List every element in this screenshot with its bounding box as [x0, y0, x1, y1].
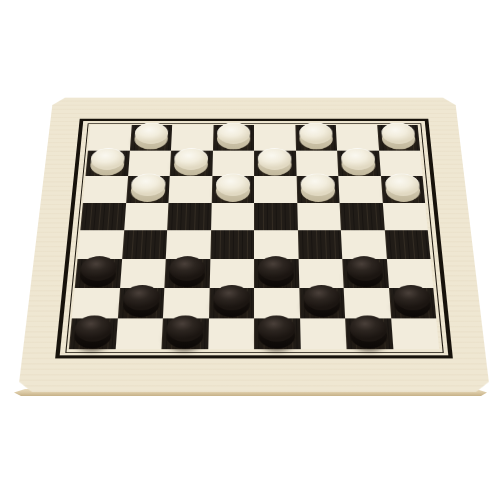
white-checker[interactable] — [341, 152, 376, 174]
square-r2c6 — [296, 150, 339, 176]
white-checker[interactable] — [299, 127, 333, 148]
white-checker[interactable] — [174, 152, 208, 174]
black-checker[interactable] — [347, 261, 384, 286]
square-r8c1[interactable] — [69, 318, 118, 349]
square-r5c5 — [254, 230, 298, 258]
black-checker[interactable] — [213, 290, 250, 315]
white-checker[interactable] — [134, 127, 168, 148]
square-r2c3[interactable] — [170, 150, 213, 176]
square-r6c5[interactable] — [254, 259, 299, 288]
black-checker[interactable] — [258, 320, 295, 346]
white-checker[interactable] — [215, 178, 249, 200]
square-r1c2[interactable] — [129, 125, 172, 150]
white-checker[interactable] — [130, 178, 166, 200]
square-r7c2[interactable] — [117, 288, 164, 318]
checkers-board — [18, 98, 490, 393]
square-r8c8 — [391, 318, 440, 349]
black-checker[interactable] — [166, 320, 204, 346]
square-r8c3[interactable] — [161, 318, 208, 349]
square-r3c2[interactable] — [126, 176, 170, 203]
square-r6c1[interactable] — [75, 259, 122, 288]
black-checker[interactable] — [350, 320, 389, 346]
square-r7c4[interactable] — [208, 288, 254, 318]
square-r4c7[interactable] — [340, 203, 385, 230]
square-r2c2 — [128, 150, 171, 176]
checkers-product-photo — [0, 0, 500, 500]
black-checker[interactable] — [303, 290, 340, 315]
square-r5c2[interactable] — [122, 230, 167, 258]
square-r2c5[interactable] — [254, 150, 296, 176]
square-r8c7[interactable] — [345, 318, 393, 349]
black-checker[interactable] — [169, 261, 206, 286]
white-checker[interactable] — [385, 178, 421, 200]
white-checker[interactable] — [258, 152, 292, 174]
square-r7c6[interactable] — [299, 288, 345, 318]
square-r8c4 — [208, 318, 254, 349]
square-r4c8 — [382, 203, 427, 230]
black-checker[interactable] — [122, 290, 160, 315]
square-r3c3 — [168, 176, 211, 203]
square-r7c5 — [254, 288, 300, 318]
square-r8c5[interactable] — [254, 318, 300, 349]
square-r5c4[interactable] — [210, 230, 254, 258]
square-r3c1 — [83, 176, 128, 203]
square-r6c3[interactable] — [164, 259, 210, 288]
square-r1c5 — [254, 125, 296, 150]
square-r3c6[interactable] — [296, 176, 339, 203]
square-r6c2 — [120, 259, 166, 288]
square-r5c6[interactable] — [297, 230, 342, 258]
square-r5c7 — [341, 230, 386, 258]
square-r7c8[interactable] — [388, 288, 436, 318]
square-r1c7 — [336, 125, 379, 150]
square-r6c7[interactable] — [342, 259, 388, 288]
square-r5c8[interactable] — [384, 230, 430, 258]
black-checker[interactable] — [258, 261, 294, 286]
white-checker[interactable] — [300, 178, 335, 200]
square-r8c6 — [300, 318, 347, 349]
black-checker[interactable] — [393, 290, 431, 315]
black-checker[interactable] — [74, 320, 113, 346]
square-r3c4[interactable] — [211, 176, 254, 203]
square-r2c7[interactable] — [337, 150, 380, 176]
square-r2c8 — [379, 150, 423, 176]
square-r1c8[interactable] — [377, 125, 420, 150]
square-r1c3 — [171, 125, 213, 150]
square-r7c1 — [72, 288, 120, 318]
square-r6c4 — [209, 259, 254, 288]
square-r6c6 — [298, 259, 344, 288]
white-checker[interactable] — [90, 152, 125, 174]
square-r8c2 — [115, 318, 163, 349]
square-r4c3[interactable] — [167, 203, 211, 230]
square-r3c7 — [338, 176, 382, 203]
black-checker[interactable] — [79, 261, 117, 286]
square-r5c1 — [78, 230, 124, 258]
square-r2c1[interactable] — [85, 150, 129, 176]
white-checker[interactable] — [381, 127, 416, 148]
square-r1c1 — [88, 125, 131, 150]
square-r4c4 — [211, 203, 254, 230]
board-squares — [69, 125, 439, 349]
square-r5c3 — [166, 230, 211, 258]
square-r4c1[interactable] — [80, 203, 125, 230]
square-r7c7 — [344, 288, 391, 318]
square-r4c6 — [297, 203, 341, 230]
white-checker[interactable] — [217, 127, 250, 148]
square-r6c8 — [386, 259, 433, 288]
square-r3c8[interactable] — [380, 176, 425, 203]
square-r4c5[interactable] — [254, 203, 297, 230]
square-r4c2 — [124, 203, 169, 230]
square-r2c4 — [212, 150, 254, 176]
square-r3c5 — [254, 176, 297, 203]
square-r7c3 — [163, 288, 209, 318]
square-r1c4[interactable] — [212, 125, 254, 150]
square-r1c6[interactable] — [295, 125, 337, 150]
